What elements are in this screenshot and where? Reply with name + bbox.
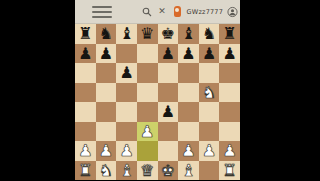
black-pawn-f7[interactable]: ♟: [178, 44, 199, 64]
white-pawn-a2[interactable]: ♟: [75, 141, 96, 161]
square-e4[interactable]: ♟: [158, 102, 179, 122]
square-b6[interactable]: [96, 63, 117, 83]
square-f2[interactable]: ♟: [178, 141, 199, 161]
white-knight-b1[interactable]: ♞: [96, 161, 117, 181]
top-bar: ✕ GWzz7777: [75, 0, 240, 24]
white-bishop-c1[interactable]: ♝: [116, 161, 137, 181]
square-d1[interactable]: ♛: [137, 161, 158, 181]
black-bishop-c8[interactable]: ♝: [116, 24, 137, 44]
chess-app-column: ✕ GWzz7777 ♜♞♝♛♚♝♞♜♟♟♟♟♟♟♟♞♟♟♟♟♟♟♟♟♜♞♝♛♚…: [75, 0, 240, 180]
white-pawn-b2[interactable]: ♟: [96, 141, 117, 161]
square-b3[interactable]: [96, 122, 117, 142]
hamburger-line: [92, 11, 112, 13]
square-g4[interactable]: [199, 102, 220, 122]
username-label: GWzz7777: [187, 8, 223, 16]
square-e6[interactable]: [158, 63, 179, 83]
black-pawn-g7[interactable]: ♟: [199, 44, 220, 64]
black-pawn-h7[interactable]: ♟: [219, 44, 240, 64]
square-b8[interactable]: ♞: [96, 24, 117, 44]
black-pawn-b7[interactable]: ♟: [96, 44, 117, 64]
black-pawn-e7[interactable]: ♟: [158, 44, 179, 64]
white-pawn-c2[interactable]: ♟: [116, 141, 137, 161]
black-bishop-f8[interactable]: ♝: [178, 24, 199, 44]
square-g3[interactable]: [199, 122, 220, 142]
black-pawn-c6[interactable]: ♟: [116, 63, 137, 83]
black-rook-h8[interactable]: ♜: [219, 24, 240, 44]
square-f3[interactable]: [178, 122, 199, 142]
black-king-e8[interactable]: ♚: [158, 24, 179, 44]
square-d6[interactable]: [137, 63, 158, 83]
square-f4[interactable]: [178, 102, 199, 122]
black-knight-g8[interactable]: ♞: [199, 24, 220, 44]
square-a6[interactable]: [75, 63, 96, 83]
badge-dot: [175, 8, 179, 12]
square-h3[interactable]: [219, 122, 240, 142]
square-d3[interactable]: ♟: [137, 122, 158, 142]
black-queen-d8[interactable]: ♛: [137, 24, 158, 44]
square-f5[interactable]: [178, 83, 199, 103]
square-g8[interactable]: ♞: [199, 24, 220, 44]
square-e1[interactable]: ♚: [158, 161, 179, 181]
square-c6[interactable]: ♟: [116, 63, 137, 83]
square-g1[interactable]: [199, 161, 220, 181]
square-a2[interactable]: ♟: [75, 141, 96, 161]
chess-board: ♜♞♝♛♚♝♞♜♟♟♟♟♟♟♟♞♟♟♟♟♟♟♟♟♜♞♝♛♚♝♜: [75, 24, 240, 180]
white-queen-d1[interactable]: ♛: [137, 161, 158, 181]
avatar-icon[interactable]: [227, 6, 238, 18]
search-icon[interactable]: [142, 6, 153, 18]
square-f7[interactable]: ♟: [178, 44, 199, 64]
square-d4[interactable]: [137, 102, 158, 122]
hamburger-line: [92, 6, 112, 8]
square-b5[interactable]: [96, 83, 117, 103]
white-knight-g5[interactable]: ♞: [199, 83, 220, 103]
white-pawn-f2[interactable]: ♟: [178, 141, 199, 161]
badge-shape: [174, 6, 181, 17]
square-f8[interactable]: ♝: [178, 24, 199, 44]
square-d8[interactable]: ♛: [137, 24, 158, 44]
square-e8[interactable]: ♚: [158, 24, 179, 44]
square-a5[interactable]: [75, 83, 96, 103]
square-g6[interactable]: [199, 63, 220, 83]
square-d2[interactable]: [137, 141, 158, 161]
square-g2[interactable]: ♟: [199, 141, 220, 161]
square-c5[interactable]: [116, 83, 137, 103]
white-pawn-d3[interactable]: ♟: [137, 122, 158, 142]
square-h8[interactable]: ♜: [219, 24, 240, 44]
white-rook-h1[interactable]: ♜: [219, 161, 240, 181]
square-h7[interactable]: ♟: [219, 44, 240, 64]
square-a7[interactable]: ♟: [75, 44, 96, 64]
white-king-e1[interactable]: ♚: [158, 161, 179, 181]
white-bishop-f1[interactable]: ♝: [178, 161, 199, 181]
white-rook-a1[interactable]: ♜: [75, 161, 96, 181]
black-pawn-a7[interactable]: ♟: [75, 44, 96, 64]
square-b1[interactable]: ♞: [96, 161, 117, 181]
square-a1[interactable]: ♜: [75, 161, 96, 181]
square-g7[interactable]: ♟: [199, 44, 220, 64]
hamburger-line: [92, 16, 112, 18]
black-knight-b8[interactable]: ♞: [96, 24, 117, 44]
square-h5[interactable]: [219, 83, 240, 103]
topbar-right-group: ✕ GWzz7777: [142, 6, 238, 18]
square-f6[interactable]: [178, 63, 199, 83]
square-e3[interactable]: [158, 122, 179, 142]
square-c7[interactable]: [116, 44, 137, 64]
white-pawn-g2[interactable]: ♟: [199, 141, 220, 161]
square-a8[interactable]: ♜: [75, 24, 96, 44]
square-e2[interactable]: [158, 141, 179, 161]
square-b7[interactable]: ♟: [96, 44, 117, 64]
square-b4[interactable]: [96, 102, 117, 122]
hamburger-menu-icon[interactable]: [92, 6, 112, 18]
square-c2[interactable]: ♟: [116, 141, 137, 161]
square-e5[interactable]: [158, 83, 179, 103]
square-h4[interactable]: [219, 102, 240, 122]
square-b2[interactable]: ♟: [96, 141, 117, 161]
square-c1[interactable]: ♝: [116, 161, 137, 181]
square-e7[interactable]: ♟: [158, 44, 179, 64]
letterboxed-stage: ✕ GWzz7777 ♜♞♝♛♚♝♞♜♟♟♟♟♟♟♟♞♟♟♟♟♟♟♟♟♜♞♝♛♚…: [0, 0, 320, 180]
square-g5[interactable]: ♞: [199, 83, 220, 103]
streak-badge-icon: [172, 6, 183, 18]
black-rook-a8[interactable]: ♜: [75, 24, 96, 44]
square-a4[interactable]: [75, 102, 96, 122]
white-pawn-h2[interactable]: ♟: [219, 141, 240, 161]
square-h6[interactable]: [219, 63, 240, 83]
square-d5[interactable]: [137, 83, 158, 103]
square-d7[interactable]: [137, 44, 158, 64]
square-f1[interactable]: ♝: [178, 161, 199, 181]
square-c4[interactable]: [116, 102, 137, 122]
square-h2[interactable]: ♟: [219, 141, 240, 161]
black-pawn-e4[interactable]: ♟: [158, 102, 179, 122]
square-c3[interactable]: [116, 122, 137, 142]
square-a3[interactable]: [75, 122, 96, 142]
close-icon[interactable]: ✕: [157, 6, 168, 18]
square-h1[interactable]: ♜: [219, 161, 240, 181]
square-c8[interactable]: ♝: [116, 24, 137, 44]
